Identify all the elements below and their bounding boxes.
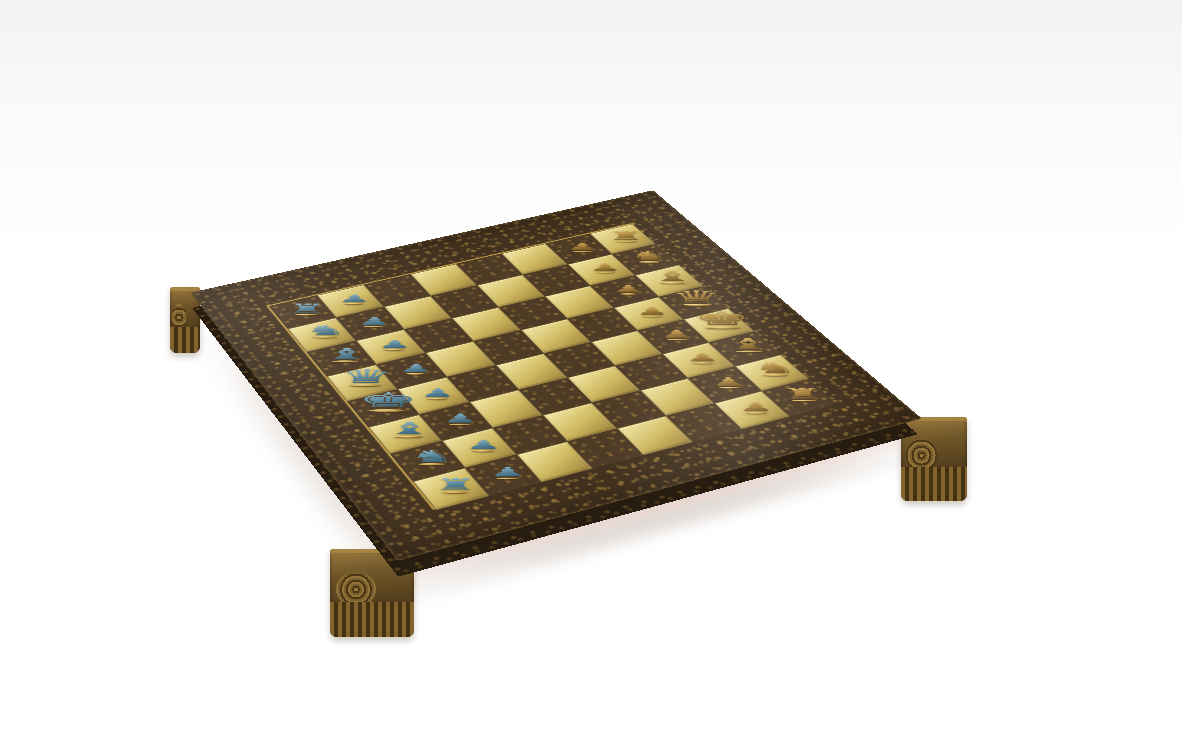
piece-black-bishop-f8[interactable]: ♝ (710, 337, 786, 353)
piece-black-rook-a8[interactable]: ♜ (591, 230, 660, 242)
piece-black-pawn-c7[interactable]: ♟ (592, 284, 663, 295)
piece-black-pawn-a7[interactable]: ♟ (548, 242, 617, 252)
piece-black-rook-h8[interactable]: ♜ (763, 387, 841, 402)
piece-white-knight-b1[interactable]: ♞ (288, 324, 363, 338)
bishop-glyph: ♝ (637, 270, 708, 283)
rook-glyph: ♜ (269, 302, 343, 314)
knight-glyph: ♞ (614, 250, 684, 262)
piece-black-pawn-e7[interactable]: ♟ (639, 329, 713, 340)
pawn-glyph: ♟ (690, 376, 767, 387)
piece-black-pawn-f7[interactable]: ♟ (664, 352, 739, 364)
board-stack: ♜♟♟♜♞♟♟♞♝♟♟♝♛♟♟♛♚♟♟♚♝♟♟♝♞♟♟♞♜♟♟♜ (0, 0, 1182, 753)
piece-black-pawn-b7[interactable]: ♟ (569, 263, 639, 273)
knight-glyph: ♞ (391, 448, 471, 464)
pawn-glyph: ♟ (592, 284, 663, 294)
pawn-glyph: ♟ (569, 263, 639, 273)
bishop-glyph: ♝ (308, 346, 384, 361)
piece-black-knight-g8[interactable]: ♞ (736, 361, 813, 376)
knight-glyph: ♞ (736, 361, 813, 375)
pawn-glyph: ♟ (639, 329, 713, 340)
piece-black-bishop-c8[interactable]: ♝ (637, 270, 708, 284)
rook-glyph: ♜ (591, 230, 660, 241)
piece-black-queen-d8[interactable]: ♛ (660, 289, 733, 306)
queen-glyph: ♛ (660, 289, 733, 305)
piece-black-king-e8[interactable]: ♚ (684, 309, 759, 328)
king-glyph: ♚ (684, 309, 758, 327)
pawn-glyph: ♟ (664, 352, 739, 363)
piece-black-pawn-h7[interactable]: ♟ (716, 401, 794, 414)
piece-white-rook-a1[interactable]: ♜ (269, 302, 343, 315)
king-glyph: ♚ (348, 390, 426, 410)
piece-white-rook-h1[interactable]: ♜ (414, 477, 495, 493)
piece-white-knight-g1[interactable]: ♞ (391, 448, 471, 465)
piece-white-king-e1[interactable]: ♚ (348, 390, 426, 412)
pawn-glyph: ♟ (716, 401, 794, 413)
pawn-glyph: ♟ (615, 306, 688, 316)
piece-black-knight-b8[interactable]: ♞ (614, 250, 684, 263)
chess-board[interactable]: ♜♟♟♜♞♟♟♞♝♟♟♝♛♟♟♛♚♟♟♚♝♟♟♝♞♟♟♞♜♟♟♜ (191, 190, 922, 561)
piece-white-queen-d1[interactable]: ♛ (327, 368, 404, 387)
piece-white-bishop-c1[interactable]: ♝ (307, 346, 383, 362)
bishop-glyph: ♝ (369, 421, 448, 437)
queen-glyph: ♛ (327, 368, 404, 386)
bishop-glyph: ♝ (710, 337, 785, 352)
knight-glyph: ♞ (288, 324, 363, 337)
piece-black-pawn-g7[interactable]: ♟ (690, 376, 767, 388)
piece-black-pawn-d7[interactable]: ♟ (615, 306, 688, 317)
pawn-glyph: ♟ (548, 242, 617, 251)
piece-white-bishop-f1[interactable]: ♝ (369, 421, 448, 438)
chess-set-photo-scene: ♜♟♟♜♞♟♟♞♝♟♟♝♛♟♟♛♚♟♟♚♝♟♟♝♞♟♟♞♜♟♟♜ (0, 0, 1182, 753)
rook-glyph: ♜ (414, 477, 495, 492)
rook-glyph: ♜ (763, 387, 841, 401)
